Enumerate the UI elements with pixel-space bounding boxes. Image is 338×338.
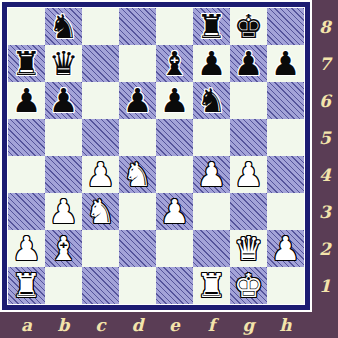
black-bishop-e7[interactable]: ♝ xyxy=(160,45,190,82)
rank-label-6: 6 xyxy=(312,90,338,112)
rank-label-2: 2 xyxy=(312,238,338,260)
file-label-d: d xyxy=(126,314,150,336)
black-pawn-d6[interactable]: ♟ xyxy=(123,82,153,119)
square-d1[interactable] xyxy=(119,267,156,304)
black-pawn-f7[interactable]: ♟ xyxy=(197,45,227,82)
square-a1[interactable]: ♜ xyxy=(8,267,45,304)
square-e4[interactable] xyxy=(156,156,193,193)
square-b5[interactable] xyxy=(45,119,82,156)
white-rook-a1[interactable]: ♜ xyxy=(12,267,42,304)
black-rook-f8[interactable]: ♜ xyxy=(197,8,227,45)
white-queen-g2[interactable]: ♛ xyxy=(234,230,264,267)
square-c1[interactable] xyxy=(82,267,119,304)
square-a2[interactable]: ♟ xyxy=(8,230,45,267)
square-g3[interactable] xyxy=(230,193,267,230)
square-a7[interactable]: ♜ xyxy=(8,45,45,82)
file-label-g: g xyxy=(237,314,261,336)
black-pawn-b6[interactable]: ♟ xyxy=(49,82,79,119)
square-d2[interactable] xyxy=(119,230,156,267)
rank-label-8: 8 xyxy=(312,16,338,38)
square-e5[interactable] xyxy=(156,119,193,156)
chess-board: ♞♜♚♜♛♝♟♟♟♟♟♟♟♞♟♞♟♟♟♞♟♟♝♛♟♜♜♚ xyxy=(8,8,304,304)
square-c6[interactable] xyxy=(82,82,119,119)
square-f8[interactable]: ♜ xyxy=(193,8,230,45)
square-c7[interactable] xyxy=(82,45,119,82)
square-a8[interactable] xyxy=(8,8,45,45)
square-f1[interactable]: ♜ xyxy=(193,267,230,304)
white-bishop-b2[interactable]: ♝ xyxy=(49,230,79,267)
white-pawn-a2[interactable]: ♟ xyxy=(12,230,42,267)
square-h2[interactable]: ♟ xyxy=(267,230,304,267)
square-c5[interactable] xyxy=(82,119,119,156)
square-b3[interactable]: ♟ xyxy=(45,193,82,230)
square-b7[interactable]: ♛ xyxy=(45,45,82,82)
square-f6[interactable]: ♞ xyxy=(193,82,230,119)
square-c2[interactable] xyxy=(82,230,119,267)
square-f7[interactable]: ♟ xyxy=(193,45,230,82)
black-pawn-a6[interactable]: ♟ xyxy=(12,82,42,119)
white-pawn-g4[interactable]: ♟ xyxy=(234,156,264,193)
square-b8[interactable]: ♞ xyxy=(45,8,82,45)
chess-diagram: ♞♜♚♜♛♝♟♟♟♟♟♟♟♞♟♞♟♟♟♞♟♟♝♛♟♜♜♚ abcdefgh876… xyxy=(0,0,338,338)
square-f2[interactable] xyxy=(193,230,230,267)
white-pawn-b3[interactable]: ♟ xyxy=(49,193,79,230)
rank-label-7: 7 xyxy=(312,53,338,75)
white-pawn-e3[interactable]: ♟ xyxy=(160,193,190,230)
board-outer-frame: ♞♜♚♜♛♝♟♟♟♟♟♟♟♞♟♞♟♟♟♞♟♟♝♛♟♜♜♚ xyxy=(0,0,312,312)
square-f5[interactable] xyxy=(193,119,230,156)
black-pawn-e6[interactable]: ♟ xyxy=(160,82,190,119)
square-f3[interactable] xyxy=(193,193,230,230)
square-e6[interactable]: ♟ xyxy=(156,82,193,119)
black-pawn-h7[interactable]: ♟ xyxy=(271,45,301,82)
square-d7[interactable] xyxy=(119,45,156,82)
square-a3[interactable] xyxy=(8,193,45,230)
white-knight-c3[interactable]: ♞ xyxy=(86,193,116,230)
square-a6[interactable]: ♟ xyxy=(8,82,45,119)
square-a4[interactable] xyxy=(8,156,45,193)
square-e3[interactable]: ♟ xyxy=(156,193,193,230)
black-queen-b7[interactable]: ♛ xyxy=(49,45,79,82)
square-g8[interactable]: ♚ xyxy=(230,8,267,45)
white-king-g1[interactable]: ♚ xyxy=(234,267,264,304)
square-h7[interactable]: ♟ xyxy=(267,45,304,82)
file-label-h: h xyxy=(274,314,298,336)
square-g2[interactable]: ♛ xyxy=(230,230,267,267)
square-d3[interactable] xyxy=(119,193,156,230)
square-g1[interactable]: ♚ xyxy=(230,267,267,304)
black-pawn-g7[interactable]: ♟ xyxy=(234,45,264,82)
white-knight-d4[interactable]: ♞ xyxy=(123,156,153,193)
white-pawn-c4[interactable]: ♟ xyxy=(86,156,116,193)
rank-label-3: 3 xyxy=(312,201,338,223)
square-c8[interactable] xyxy=(82,8,119,45)
square-h6[interactable] xyxy=(267,82,304,119)
black-rook-a7[interactable]: ♜ xyxy=(12,45,42,82)
square-e1[interactable] xyxy=(156,267,193,304)
square-g7[interactable]: ♟ xyxy=(230,45,267,82)
white-rook-f1[interactable]: ♜ xyxy=(197,267,227,304)
square-b1[interactable] xyxy=(45,267,82,304)
square-f4[interactable]: ♟ xyxy=(193,156,230,193)
rank-label-1: 1 xyxy=(312,275,338,297)
square-c3[interactable]: ♞ xyxy=(82,193,119,230)
black-king-g8[interactable]: ♚ xyxy=(234,8,264,45)
square-b6[interactable]: ♟ xyxy=(45,82,82,119)
file-label-f: f xyxy=(200,314,224,336)
square-e8[interactable] xyxy=(156,8,193,45)
file-label-e: e xyxy=(163,314,187,336)
square-e2[interactable] xyxy=(156,230,193,267)
file-label-b: b xyxy=(52,314,76,336)
square-a5[interactable] xyxy=(8,119,45,156)
square-h8[interactable] xyxy=(267,8,304,45)
black-knight-f6[interactable]: ♞ xyxy=(197,82,227,119)
file-label-a: a xyxy=(15,314,39,336)
square-c4[interactable]: ♟ xyxy=(82,156,119,193)
square-g4[interactable]: ♟ xyxy=(230,156,267,193)
rank-label-4: 4 xyxy=(312,164,338,186)
square-d5[interactable] xyxy=(119,119,156,156)
square-b4[interactable] xyxy=(45,156,82,193)
white-pawn-f4[interactable]: ♟ xyxy=(197,156,227,193)
square-h1[interactable] xyxy=(267,267,304,304)
black-knight-b8[interactable]: ♞ xyxy=(49,8,79,45)
square-b2[interactable]: ♝ xyxy=(45,230,82,267)
square-e7[interactable]: ♝ xyxy=(156,45,193,82)
square-d4[interactable]: ♞ xyxy=(119,156,156,193)
square-h5[interactable] xyxy=(267,119,304,156)
white-pawn-h2[interactable]: ♟ xyxy=(271,230,301,267)
square-d8[interactable] xyxy=(119,8,156,45)
square-d6[interactable]: ♟ xyxy=(119,82,156,119)
rank-label-5: 5 xyxy=(312,127,338,149)
square-h3[interactable] xyxy=(267,193,304,230)
square-h4[interactable] xyxy=(267,156,304,193)
file-label-c: c xyxy=(89,314,113,336)
square-g6[interactable] xyxy=(230,82,267,119)
square-g5[interactable] xyxy=(230,119,267,156)
